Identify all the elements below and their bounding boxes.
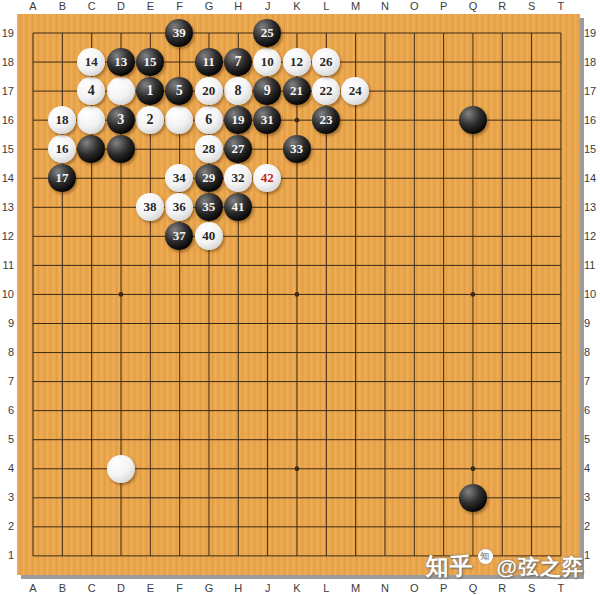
stone-white-F16: [165, 106, 193, 134]
move-number: 11: [202, 54, 214, 70]
coord-label-right-19: 19: [584, 27, 600, 40]
coord-label-top-B: B: [51, 0, 73, 13]
coord-label-right-18: 18: [584, 56, 600, 69]
coord-label-left-18: 18: [0, 56, 14, 69]
stone-white-22-L17: 22: [312, 77, 340, 105]
coord-label-bottom-N: N: [374, 582, 396, 595]
stone-white-14-C18: 14: [77, 48, 105, 76]
move-number: 4: [88, 83, 95, 99]
stone-white-40-G12: 40: [195, 222, 223, 250]
coord-label-right-9: 9: [584, 317, 600, 330]
move-number: 12: [290, 54, 303, 70]
move-number: 18: [55, 112, 68, 128]
move-number: 26: [319, 54, 332, 70]
coord-label-top-N: N: [374, 0, 396, 13]
stone-white-16-B15: 16: [48, 135, 76, 163]
move-number: 25: [261, 25, 274, 41]
coord-label-bottom-K: K: [286, 582, 308, 595]
stone-white-10-J18: 10: [253, 48, 281, 76]
move-number: 32: [231, 170, 244, 186]
move-number: 15: [143, 54, 156, 70]
stone-white-32-H14: 32: [224, 164, 252, 192]
stone-black-29-G14: 29: [195, 164, 223, 192]
coord-label-left-12: 12: [0, 230, 14, 243]
coord-label-right-7: 7: [584, 375, 600, 388]
coord-label-top-F: F: [169, 0, 191, 13]
move-number: 10: [261, 54, 274, 70]
move-number: 7: [234, 54, 241, 70]
move-number: 29: [202, 170, 215, 186]
move-number: 23: [319, 112, 332, 128]
coord-label-right-2: 2: [584, 520, 600, 533]
stone-black-31-J16: 31: [253, 106, 281, 134]
stone-white-C16: [77, 106, 105, 134]
move-number: 27: [231, 141, 244, 157]
coord-label-right-14: 14: [584, 172, 600, 185]
move-number: 9: [264, 83, 271, 99]
stone-black-35-G13: 35: [195, 193, 223, 221]
coord-label-left-11: 11: [0, 259, 14, 272]
coord-label-right-17: 17: [584, 85, 600, 98]
move-number: 22: [319, 83, 332, 99]
coord-label-right-4: 4: [584, 462, 600, 475]
coord-label-right-1: 1: [584, 549, 600, 562]
coord-label-bottom-T: T: [550, 582, 572, 595]
move-number: 13: [114, 54, 127, 70]
stone-black-C15: [77, 135, 105, 163]
stone-black-5-F17: 5: [165, 77, 193, 105]
coord-label-left-1: 1: [0, 549, 14, 562]
move-number: 28: [202, 141, 215, 157]
stone-white-D4: [107, 455, 135, 483]
move-number: 6: [205, 112, 212, 128]
stone-black-17-B14: 17: [48, 164, 76, 192]
coord-label-right-5: 5: [584, 433, 600, 446]
move-number: 40: [202, 228, 215, 244]
coord-label-right-15: 15: [584, 143, 600, 156]
coord-label-top-Q: Q: [462, 0, 484, 13]
coord-label-bottom-S: S: [521, 582, 543, 595]
move-number: 37: [173, 228, 186, 244]
coord-label-bottom-D: D: [110, 582, 132, 595]
coord-label-right-11: 11: [584, 259, 600, 272]
coord-label-bottom-P: P: [433, 582, 455, 595]
coord-label-bottom-O: O: [403, 582, 425, 595]
coord-label-right-16: 16: [584, 114, 600, 127]
coord-label-bottom-E: E: [139, 582, 161, 595]
coord-label-top-H: H: [227, 0, 249, 13]
stone-black-21-K17: 21: [283, 77, 311, 105]
stones-layer: 1234567891011121314151617181920212223242…: [18, 19, 575, 571]
coord-label-bottom-M: M: [345, 582, 367, 595]
coord-label-left-14: 14: [0, 172, 14, 185]
move-number: 24: [349, 83, 362, 99]
coord-label-left-7: 7: [0, 375, 14, 388]
stone-black-23-L16: 23: [312, 106, 340, 134]
move-number: 1: [146, 83, 153, 99]
coord-label-left-13: 13: [0, 201, 14, 214]
coord-label-top-C: C: [81, 0, 103, 13]
move-number: 33: [290, 141, 303, 157]
stone-black-15-E18: 15: [136, 48, 164, 76]
coord-label-bottom-Q: Q: [462, 582, 484, 595]
stone-black-Q3: [459, 484, 487, 512]
stone-white-D17: [107, 77, 135, 105]
coord-label-right-8: 8: [584, 346, 600, 359]
coord-label-left-17: 17: [0, 85, 14, 98]
move-number: 39: [173, 25, 186, 41]
stone-black-Q16: [459, 106, 487, 134]
coord-label-right-10: 10: [584, 288, 600, 301]
move-number: 42: [261, 170, 274, 186]
stone-white-24-M17: 24: [341, 77, 369, 105]
coord-label-top-P: P: [433, 0, 455, 13]
stone-black-41-H13: 41: [224, 193, 252, 221]
stone-white-2-E16: 2: [136, 106, 164, 134]
coord-label-left-16: 16: [0, 114, 14, 127]
coord-label-bottom-C: C: [81, 582, 103, 595]
stone-white-26-L18: 26: [312, 48, 340, 76]
stone-black-13-D18: 13: [107, 48, 135, 76]
stone-black-7-H18: 7: [224, 48, 252, 76]
move-number: 3: [117, 112, 124, 128]
coord-label-top-K: K: [286, 0, 308, 13]
coord-label-top-D: D: [110, 0, 132, 13]
coord-label-top-S: S: [521, 0, 543, 13]
move-number: 34: [173, 170, 186, 186]
move-number: 38: [143, 199, 156, 215]
stone-black-D15: [107, 135, 135, 163]
go-board: 1234567891011121314151617181920212223242…: [17, 14, 580, 575]
stone-white-36-F13: 36: [165, 193, 193, 221]
zhihu-logo-icon: 知: [478, 549, 493, 564]
coord-label-left-3: 3: [0, 491, 14, 504]
stone-white-18-B16: 18: [48, 106, 76, 134]
coord-label-left-10: 10: [0, 288, 14, 301]
stone-black-3-D16: 3: [107, 106, 135, 134]
move-number: 35: [202, 199, 215, 215]
coord-label-left-6: 6: [0, 404, 14, 417]
move-number: 31: [261, 112, 274, 128]
watermark-handle: @弦之弈: [497, 553, 584, 581]
watermark: 知乎 知 @弦之弈: [426, 551, 584, 582]
coord-label-top-A: A: [22, 0, 44, 13]
stone-white-6-G16: 6: [195, 106, 223, 134]
stone-black-27-H15: 27: [224, 135, 252, 163]
stone-black-19-H16: 19: [224, 106, 252, 134]
coord-label-top-T: T: [550, 0, 572, 13]
move-number: 19: [231, 112, 244, 128]
coord-label-top-R: R: [491, 0, 513, 13]
coord-label-bottom-L: L: [315, 582, 337, 595]
move-number: 21: [290, 83, 303, 99]
stone-white-20-G17: 20: [195, 77, 223, 105]
stone-black-33-K15: 33: [283, 135, 311, 163]
coord-label-bottom-R: R: [491, 582, 513, 595]
coord-label-left-19: 19: [0, 27, 14, 40]
move-number: 5: [176, 83, 183, 99]
stone-white-4-C17: 4: [77, 77, 105, 105]
coord-label-bottom-B: B: [51, 582, 73, 595]
stone-white-8-H17: 8: [224, 77, 252, 105]
move-number: 14: [85, 54, 98, 70]
stone-black-39-F19: 39: [165, 19, 193, 47]
stone-black-1-E17: 1: [136, 77, 164, 105]
coord-label-top-E: E: [139, 0, 161, 13]
move-number: 17: [55, 170, 68, 186]
coord-label-top-L: L: [315, 0, 337, 13]
watermark-brand: 知乎: [426, 551, 474, 582]
coord-label-left-2: 2: [0, 520, 14, 533]
move-number: 16: [55, 141, 68, 157]
stone-black-9-J17: 9: [253, 77, 281, 105]
coord-label-bottom-A: A: [22, 582, 44, 595]
stone-white-34-F14: 34: [165, 164, 193, 192]
coord-label-top-M: M: [345, 0, 367, 13]
stone-black-37-F12: 37: [165, 222, 193, 250]
coord-label-bottom-H: H: [227, 582, 249, 595]
coord-label-right-6: 6: [584, 404, 600, 417]
coord-label-left-5: 5: [0, 433, 14, 446]
stone-black-11-G18: 11: [195, 48, 223, 76]
coord-label-left-15: 15: [0, 143, 14, 156]
stone-white-12-K18: 12: [283, 48, 311, 76]
move-number: 36: [173, 199, 186, 215]
coord-label-top-G: G: [198, 0, 220, 13]
stone-black-25-J19: 25: [253, 19, 281, 47]
move-number: 20: [202, 83, 215, 99]
move-number: 8: [234, 83, 241, 99]
coord-label-left-9: 9: [0, 317, 14, 330]
move-number: 2: [146, 112, 153, 128]
coord-label-right-12: 12: [584, 230, 600, 243]
go-diagram-page: 1234567891011121314151617181920212223242…: [0, 0, 600, 595]
coord-label-top-J: J: [257, 0, 279, 13]
coord-label-left-8: 8: [0, 346, 14, 359]
coord-label-top-O: O: [403, 0, 425, 13]
coord-label-right-13: 13: [584, 201, 600, 214]
coord-label-right-3: 3: [584, 491, 600, 504]
move-number: 41: [231, 199, 244, 215]
coord-label-left-4: 4: [0, 462, 14, 475]
coord-label-bottom-G: G: [198, 582, 220, 595]
stone-white-38-E13: 38: [136, 193, 164, 221]
coord-label-bottom-F: F: [169, 582, 191, 595]
coord-label-bottom-J: J: [257, 582, 279, 595]
stone-white-28-G15: 28: [195, 135, 223, 163]
stone-white-42-J14: 42: [253, 164, 281, 192]
